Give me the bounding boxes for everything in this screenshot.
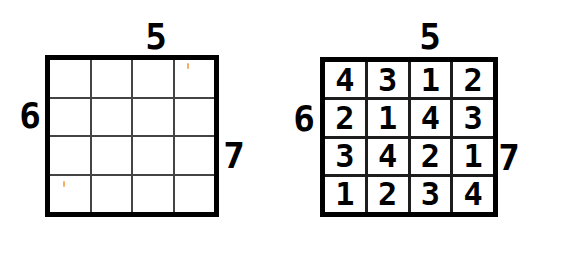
cell-r2c2[interactable] — [92, 99, 132, 136]
cell-r1c4: 2 — [453, 62, 493, 97]
cell-r2c4: 3 — [453, 100, 493, 135]
clue-left-solution-board: 6 — [293, 101, 315, 137]
cell-r1c3: 1 — [411, 62, 451, 97]
clue-left-puzzle-board: 6 — [19, 98, 41, 134]
cell-r4c1: 1 — [325, 177, 365, 212]
cell-r4c4[interactable] — [175, 176, 215, 213]
clue-right-puzzle-board: 7 — [223, 138, 245, 174]
cell-r1c1[interactable] — [50, 60, 90, 97]
cell-r1c1: 4 — [325, 62, 365, 97]
clue-top-solution-board: 5 — [419, 19, 441, 55]
cell-r4c3: 3 — [411, 177, 451, 212]
cell-r3c1: 3 — [325, 139, 365, 174]
solution-board: 4312214334211234 — [320, 57, 498, 217]
cell-r1c4[interactable] — [175, 60, 215, 97]
cell-r2c2: 1 — [368, 100, 408, 135]
stray-mark — [63, 181, 65, 187]
cell-r3c3: 2 — [411, 139, 451, 174]
puzzle-board — [45, 55, 219, 217]
cell-r2c1[interactable] — [50, 99, 90, 136]
clue-right-solution-board: 7 — [498, 140, 520, 176]
cell-r1c3[interactable] — [133, 60, 173, 97]
cell-r4c3[interactable] — [133, 176, 173, 213]
cell-r2c4[interactable] — [175, 99, 215, 136]
cell-r2c1: 2 — [325, 100, 365, 135]
cell-r2c3: 4 — [411, 100, 451, 135]
clue-top-puzzle-board: 5 — [145, 19, 167, 55]
cell-r3c1[interactable] — [50, 137, 90, 174]
puzzle-diagram: 5 6 7 5 6 7 4312214334211234 — [0, 0, 565, 256]
cell-r3c4[interactable] — [175, 137, 215, 174]
cell-r4c4: 4 — [453, 177, 493, 212]
stray-mark — [187, 63, 189, 69]
cell-r4c2[interactable] — [92, 176, 132, 213]
cell-r3c2[interactable] — [92, 137, 132, 174]
cell-r4c1[interactable] — [50, 176, 90, 213]
cell-r3c3[interactable] — [133, 137, 173, 174]
cell-r4c2: 2 — [368, 177, 408, 212]
cell-r2c3[interactable] — [133, 99, 173, 136]
cell-r1c2: 3 — [368, 62, 408, 97]
cell-r3c4: 1 — [453, 139, 493, 174]
cell-r1c2[interactable] — [92, 60, 132, 97]
cell-r3c2: 4 — [368, 139, 408, 174]
